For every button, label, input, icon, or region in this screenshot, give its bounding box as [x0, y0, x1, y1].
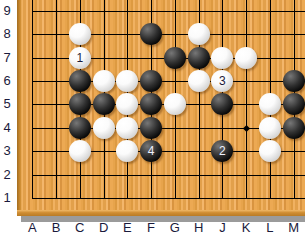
stone-K7[interactable]: [235, 47, 257, 69]
stone-C8[interactable]: [69, 23, 91, 45]
stone-M5[interactable]: [283, 93, 305, 115]
column-label-L: L: [262, 221, 278, 235]
row-label-5: 5: [0, 96, 14, 112]
stone-H8[interactable]: [188, 23, 210, 45]
grid-line-col-B: [56, 0, 57, 198]
stone-C4[interactable]: [69, 117, 91, 139]
stone-G5[interactable]: [164, 93, 186, 115]
row-label-2: 2: [0, 167, 14, 183]
row-label-6: 6: [0, 73, 14, 89]
stone-C6[interactable]: [69, 70, 91, 92]
column-label-C: C: [72, 221, 88, 235]
column-label-F: F: [143, 221, 159, 235]
stone-E4[interactable]: [116, 117, 138, 139]
row-label-3: 3: [0, 143, 14, 159]
stone-L3[interactable]: [259, 140, 281, 162]
row-label-1: 1: [0, 190, 14, 206]
stone-M4[interactable]: [283, 117, 305, 139]
column-label-E: E: [119, 221, 135, 235]
board-left-edge: [17, 0, 22, 216]
stone-C3[interactable]: [69, 140, 91, 162]
stone-F4[interactable]: [140, 117, 162, 139]
stone-F6[interactable]: [140, 70, 162, 92]
move-1-stone-C7[interactable]: 1: [69, 47, 91, 69]
grid-line-row-1: [32, 198, 305, 199]
stone-M6[interactable]: [283, 70, 305, 92]
row-label-9: 9: [0, 3, 14, 19]
stone-C5[interactable]: [69, 93, 91, 115]
row-label-4: 4: [0, 120, 14, 136]
stone-L4[interactable]: [259, 117, 281, 139]
stone-D4[interactable]: [93, 117, 115, 139]
column-label-A: A: [24, 221, 40, 235]
stone-G7[interactable]: [164, 47, 186, 69]
stone-J7[interactable]: [211, 47, 233, 69]
stone-D5[interactable]: [93, 93, 115, 115]
column-label-J: J: [214, 221, 230, 235]
go-board-screenshot: 1342 987654321 ABCDEFGHJKLM: [0, 0, 305, 236]
stone-H7[interactable]: [188, 47, 210, 69]
row-label-7: 7: [0, 50, 14, 66]
column-label-D: D: [96, 221, 112, 235]
stone-H6[interactable]: [188, 70, 210, 92]
row-label-8: 8: [0, 26, 14, 42]
column-label-M: M: [286, 221, 302, 235]
grid-line-row-2: [32, 175, 305, 176]
grid-line-row-9: [32, 11, 305, 12]
grid-line-col-A: [32, 0, 33, 198]
column-label-H: H: [191, 221, 207, 235]
grid-line-col-K: [246, 0, 247, 198]
stone-D6[interactable]: [93, 70, 115, 92]
column-label-B: B: [48, 221, 64, 235]
column-label-G: G: [167, 221, 183, 235]
column-label-K: K: [238, 221, 254, 235]
